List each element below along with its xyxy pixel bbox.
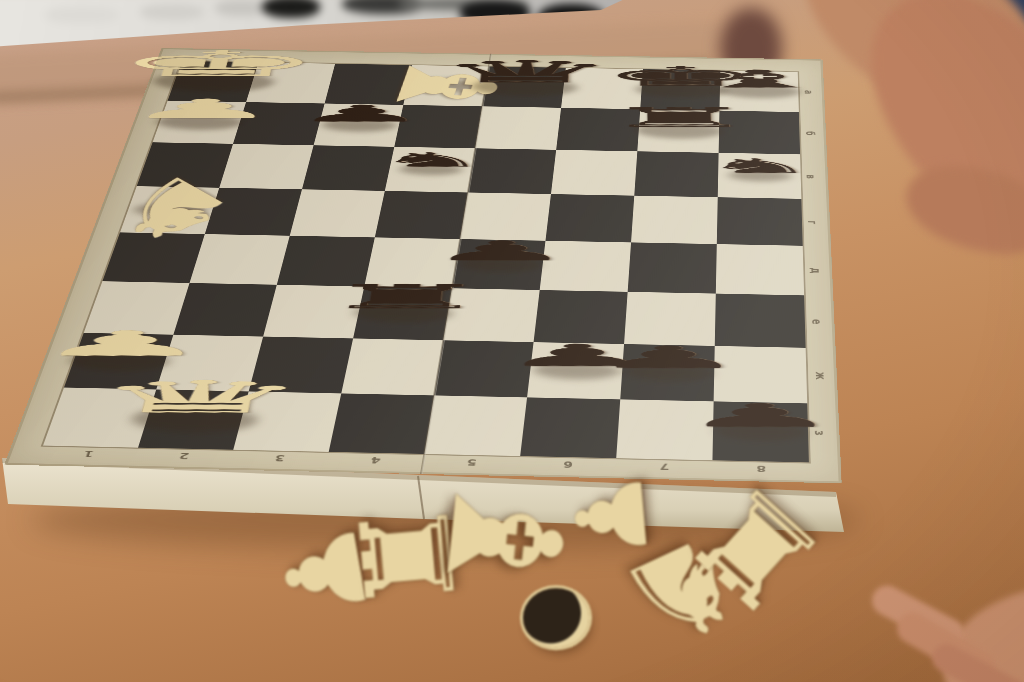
file-label: г: [805, 220, 819, 224]
black-rook[interactable]: ♜: [599, 104, 759, 131]
file-label: д: [808, 267, 823, 273]
blurred-checkers-piece: [460, 0, 530, 26]
square: [534, 290, 628, 344]
square: [424, 395, 527, 456]
black-rook[interactable]: ♜: [315, 280, 495, 313]
black-knight[interactable]: ♞: [702, 156, 817, 176]
square: [460, 192, 551, 240]
blurred-checkers-piece: [140, 4, 204, 20]
black-knight[interactable]: ♞: [374, 150, 490, 170]
photo-scene: 12345678абвгдежз ♚♟♞♟♛♝♟♞♜♛♟♟♚♜♟♝♞♟ ♟♜♝♟…: [0, 0, 1024, 682]
square: [341, 338, 443, 395]
black-queen[interactable]: ♛: [431, 56, 619, 87]
file-label: ж: [813, 371, 829, 379]
rank-label: 2: [177, 451, 189, 461]
white-pawn-base-toward-camera[interactable]: [523, 588, 589, 647]
square: [190, 234, 290, 285]
black-bishop[interactable]: ♝: [684, 67, 833, 91]
white-king[interactable]: ♚: [106, 46, 329, 81]
black-pawn[interactable]: ♟: [291, 102, 431, 125]
rank-label: 1: [82, 449, 95, 459]
blurred-checkers-piece: [215, 0, 267, 16]
white-pawn[interactable]: ♟: [121, 95, 286, 122]
black-pawn[interactable]: ♟: [679, 399, 842, 431]
file-label: е: [809, 319, 824, 324]
square: [290, 189, 385, 237]
square: [716, 244, 804, 295]
square: [631, 196, 718, 244]
black-pawn[interactable]: ♟: [589, 342, 746, 372]
square: [375, 191, 468, 239]
white-pawn[interactable]: ♟: [29, 326, 219, 361]
black-pawn[interactable]: ♟: [425, 237, 574, 264]
square: [717, 197, 803, 246]
white-queen[interactable]: ♛: [81, 375, 315, 420]
square: [520, 397, 620, 458]
blurred-checkers-piece: [262, 0, 320, 18]
square: [329, 393, 434, 453]
rank-label: 3: [273, 453, 285, 463]
chess-board: 12345678абвгдежз ♚♟♞♟♛♝♟♞♜♛♟♟♚♜♟♝♞♟: [4, 48, 841, 483]
square: [628, 242, 717, 293]
square: [219, 144, 313, 190]
rank-label: 4: [369, 455, 381, 465]
square: [551, 150, 637, 196]
file-label: б: [803, 131, 816, 136]
blurred-checkers-piece: [45, 6, 119, 24]
